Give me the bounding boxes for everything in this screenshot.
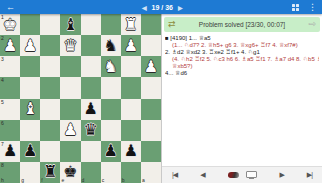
piece-wP-g2[interactable]: ♟: [20, 35, 40, 56]
piece-wN-c3[interactable]: ♞: [101, 56, 121, 77]
prev-problem-icon[interactable]: ◀: [142, 4, 147, 11]
piece-bN-c2[interactable]: ♞: [101, 35, 121, 56]
swap-sides-icon[interactable]: ⇄: [168, 17, 176, 32]
square-a6[interactable]: [141, 120, 161, 141]
square-g2[interactable]: ♟: [20, 35, 40, 56]
square-h5[interactable]: 5: [0, 99, 20, 120]
square-h6[interactable]: 6: [0, 120, 20, 141]
piece-bP-b7[interactable]: ♟: [121, 141, 141, 162]
piece-bP-c7[interactable]: ♟: [101, 141, 121, 162]
problem-navigator: ◀ 19 / 36 ▶: [142, 0, 183, 14]
square-e2[interactable]: ♛: [60, 35, 80, 56]
rank-label-4: 4: [1, 77, 4, 83]
square-c7[interactable]: ♟: [101, 141, 121, 162]
piece-bQ-d6[interactable]: ♛: [81, 120, 101, 141]
piece-bR-f8[interactable]: ♜: [40, 162, 60, 183]
square-b8[interactable]: b: [121, 162, 141, 183]
piece-wR-b1[interactable]: ♜: [121, 14, 141, 35]
board-grid-icon[interactable]: [292, 4, 299, 11]
square-g7[interactable]: ♟: [20, 141, 40, 162]
notation-line-5[interactable]: ♕xb5?): [165, 63, 319, 70]
square-b4[interactable]: [121, 77, 141, 98]
square-h3[interactable]: 3: [0, 56, 20, 77]
square-f3[interactable]: [40, 56, 60, 77]
square-a2[interactable]: [141, 35, 161, 56]
last-move-button[interactable]: ▶|: [307, 171, 312, 179]
square-h1[interactable]: 1♚: [0, 14, 20, 35]
first-move-button[interactable]: |◀: [172, 171, 177, 179]
square-a3[interactable]: ♟: [141, 56, 161, 77]
square-d8[interactable]: d: [81, 162, 101, 183]
square-g3[interactable]: [20, 56, 40, 77]
square-h4[interactable]: 4: [0, 77, 20, 98]
rank-label-8: 8: [1, 162, 4, 168]
piece-wP-h2[interactable]: ♟: [0, 35, 20, 56]
square-e1[interactable]: ♝: [60, 14, 80, 35]
piece-bP-d5[interactable]: ♟: [81, 99, 101, 120]
square-h8[interactable]: 8h: [0, 162, 20, 183]
square-f6[interactable]: [40, 120, 60, 141]
square-d6[interactable]: ♛: [81, 120, 101, 141]
file-label-g: g: [21, 177, 24, 183]
square-g4[interactable]: [20, 77, 40, 98]
square-c5[interactable]: [101, 99, 121, 120]
square-c4[interactable]: [101, 77, 121, 98]
notation-line-3[interactable]: 2. ♗d2 ♕xd2 3. ♖xe2 ♖f1+ 4. ♘g1: [165, 49, 319, 56]
square-e7[interactable]: [60, 141, 80, 162]
problem-counter: 19 / 36: [152, 4, 173, 11]
square-f2[interactable]: [40, 35, 60, 56]
mouse-icon[interactable]: [228, 172, 239, 178]
square-d4[interactable]: [81, 77, 101, 98]
notation-line-4[interactable]: (4. ♘h2 ♖f2 5. ♘c3 h6 6. ♗a5 ♖f1 7. ♗a7 …: [165, 56, 319, 63]
file-label-h: h: [1, 177, 4, 183]
square-d7[interactable]: [81, 141, 101, 162]
square-e4[interactable]: [60, 77, 80, 98]
square-g8[interactable]: g: [20, 162, 40, 183]
square-c2[interactable]: ♞: [101, 35, 121, 56]
square-a1[interactable]: [141, 14, 161, 35]
square-b6[interactable]: [121, 120, 141, 141]
square-a8[interactable]: a: [141, 162, 161, 183]
square-h7[interactable]: 7♟: [0, 141, 20, 162]
piece-wP-b2[interactable]: ♟: [121, 35, 141, 56]
file-label-b: b: [122, 177, 125, 183]
square-c6[interactable]: [101, 120, 121, 141]
square-g5[interactable]: ♝: [20, 99, 40, 120]
piece-bK-e8[interactable]: ♚: [60, 162, 80, 183]
next-problem-arrow-icon[interactable]: ⇨: [308, 17, 316, 32]
square-g1[interactable]: [20, 14, 40, 35]
square-c3[interactable]: ♞: [101, 56, 121, 77]
square-f7[interactable]: [40, 141, 60, 162]
file-label-a: a: [142, 177, 145, 183]
app-screen: ← ◀ 19 / 36 ▶ ⋮ 1♚♝♜2♟♟♛♞♟3♞♟45♝♟6♟♛7♟♟♟…: [0, 0, 322, 183]
square-f5[interactable]: [40, 99, 60, 120]
piece-wP-e6[interactable]: ♟: [60, 120, 80, 141]
square-e6[interactable]: ♟: [60, 120, 80, 141]
square-b5[interactable]: [121, 99, 141, 120]
square-a5[interactable]: [141, 99, 161, 120]
piece-bP-g7[interactable]: ♟: [20, 141, 40, 162]
prev-move-button[interactable]: ◀: [200, 171, 204, 179]
square-b1[interactable]: ♜: [121, 14, 141, 35]
square-h2[interactable]: 2♟: [0, 35, 20, 56]
piece-wK-h1[interactable]: ♚: [0, 14, 20, 35]
square-b2[interactable]: ♟: [121, 35, 141, 56]
square-d1[interactable]: [81, 14, 101, 35]
square-d3[interactable]: [81, 56, 101, 77]
next-problem-icon[interactable]: ▶: [178, 4, 183, 11]
square-f4[interactable]: [40, 77, 60, 98]
notation-line-1[interactable]: ■ [4190] 1... ♕a5: [165, 35, 319, 42]
square-b3[interactable]: [121, 56, 141, 77]
rank-label-3: 3: [1, 56, 4, 62]
square-a4[interactable]: [141, 77, 161, 98]
problem-solved-banner: ⇄ Problem solved [23/30, 00:07] ⇨: [164, 17, 320, 32]
square-f1[interactable]: [40, 14, 60, 35]
piece-wP-a3[interactable]: ♟: [141, 56, 161, 77]
problem-solved-text: Problem solved [23/30, 00:07]: [176, 21, 309, 28]
square-b7[interactable]: ♟: [121, 141, 141, 162]
move-notation: ■ [4190] 1... ♕a5(1... ♘d7? 2. ♕h5+ g6 3…: [162, 34, 322, 78]
app-bar: ← ◀ 19 / 36 ▶ ⋮: [0, 0, 322, 14]
chess-board: 1♚♝♜2♟♟♛♞♟3♞♟45♝♟6♟♛7♟♟♟♟8hgf♜e♚dcba: [0, 14, 161, 183]
square-c1[interactable]: [101, 14, 121, 35]
overflow-menu-icon[interactable]: ⋮: [308, 0, 317, 14]
piece-bB-e1[interactable]: ♝: [60, 14, 80, 35]
square-d5[interactable]: ♟: [81, 99, 101, 120]
piece-bP-h7[interactable]: ♟: [0, 141, 20, 162]
notation-line-6[interactable]: 4... ♕d6: [165, 70, 319, 77]
piece-wB-g5[interactable]: ♝: [20, 99, 40, 120]
square-e8[interactable]: e♚: [60, 162, 80, 183]
square-a7[interactable]: [141, 141, 161, 162]
appbar-actions: ⋮: [292, 0, 317, 14]
back-icon[interactable]: ←: [6, 0, 15, 14]
file-label-c: c: [102, 177, 105, 183]
square-e5[interactable]: [60, 99, 80, 120]
square-f8[interactable]: f♜: [40, 162, 60, 183]
toolbar-center-icons: [228, 171, 257, 179]
notation-line-2[interactable]: (1... ♘d7? 2. ♕h5+ g6 3. ♕xg6+ ♖f7 4. ♕x…: [165, 42, 319, 49]
square-c8[interactable]: c: [101, 162, 121, 183]
square-d2[interactable]: [81, 35, 101, 56]
square-g6[interactable]: [20, 120, 40, 141]
engine-monitor-icon[interactable]: [246, 171, 257, 179]
main-area: 1♚♝♜2♟♟♛♞♟3♞♟45♝♟6♟♛7♟♟♟♟8hgf♜e♚dcba ⇄ P…: [0, 14, 322, 183]
next-move-button[interactable]: ▶: [279, 171, 283, 179]
rank-label-5: 5: [1, 99, 4, 105]
square-e3[interactable]: [60, 56, 80, 77]
rank-label-6: 6: [1, 120, 4, 126]
file-label-d: d: [82, 177, 85, 183]
panel-toolbar: |◀ ◀ ▶ ▶|: [162, 166, 322, 183]
analysis-panel: ⇄ Problem solved [23/30, 00:07] ⇨ ■ [419…: [161, 14, 322, 183]
piece-wQ-e2[interactable]: ♛: [60, 35, 80, 56]
